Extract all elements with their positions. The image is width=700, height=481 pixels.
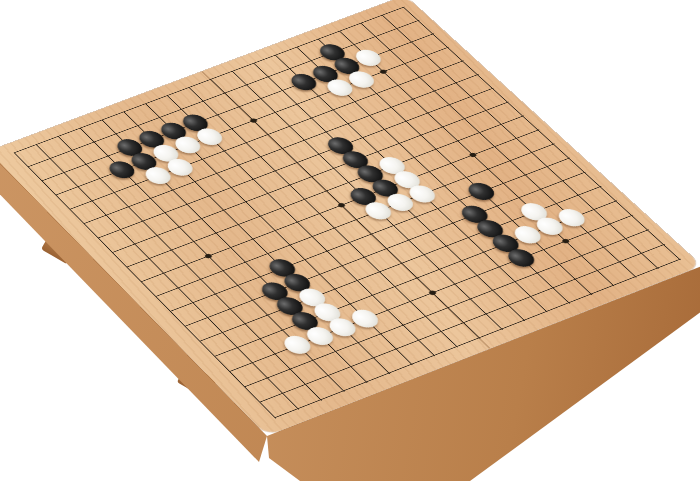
photo-stage: [0, 0, 700, 481]
